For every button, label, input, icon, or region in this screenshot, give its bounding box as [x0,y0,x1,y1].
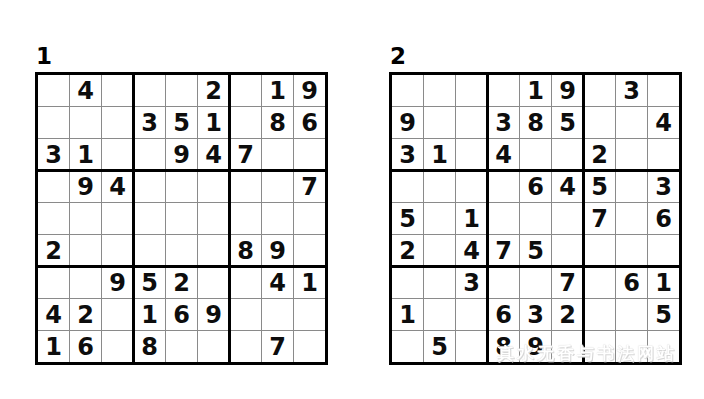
sudoku-cell: 9 [552,75,583,106]
sudoku-cell[interactable] [648,331,679,362]
sudoku-cell: 1 [456,203,487,234]
sudoku-cell: 5 [424,331,455,362]
sudoku-cell[interactable] [166,331,197,362]
sudoku-cell[interactable] [616,107,647,138]
sudoku-cell[interactable] [552,139,583,170]
sudoku-cell: 3 [134,107,165,138]
sudoku-cell: 9 [294,75,325,106]
sudoku-cell[interactable] [294,299,325,330]
sudoku-cell: 3 [38,139,69,170]
sudoku-cell: 7 [552,267,583,298]
sudoku-cell[interactable] [616,331,647,362]
sudoku-cell[interactable] [424,171,455,202]
sudoku-cell: 2 [392,235,423,266]
sudoku-cell: 2 [584,139,615,170]
sudoku-cell[interactable] [616,235,647,266]
sudoku-cell: 6 [520,171,551,202]
sudoku-cell[interactable] [488,171,519,202]
sudoku-cell[interactable] [488,75,519,106]
sudoku-cell[interactable] [616,139,647,170]
sudoku-cell[interactable] [648,139,679,170]
sudoku-cell[interactable] [198,203,229,234]
sudoku-cell[interactable] [584,107,615,138]
sudoku-cell[interactable] [198,267,229,298]
sudoku-cell: 4 [648,107,679,138]
sudoku-cell: 9 [198,299,229,330]
sudoku-grid-2-wrap: 193938543142645351762475376116325589 [389,72,682,365]
sudoku-cell: 3 [456,267,487,298]
sudoku-cell[interactable] [38,203,69,234]
sudoku-cell: 1 [392,299,423,330]
sudoku-cell[interactable] [520,139,551,170]
sudoku-cell[interactable] [70,203,101,234]
sudoku-cell[interactable] [456,139,487,170]
puzzle-number: 2 [390,45,682,68]
sudoku-cell[interactable] [198,331,229,362]
sudoku-cell[interactable] [230,267,261,298]
sudoku-cell[interactable] [392,75,423,106]
sudoku-cell[interactable] [38,171,69,202]
sudoku-cell: 9 [166,139,197,170]
sudoku-grid-2: 193938543142645351762475376116325589 [389,72,682,365]
sudoku-cell[interactable] [102,75,133,106]
sudoku-cell: 5 [520,235,551,266]
sudoku-cell: 4 [38,299,69,330]
sudoku-cell[interactable] [392,267,423,298]
sudoku-cell[interactable] [456,331,487,362]
sudoku-cell: 6 [166,299,197,330]
sudoku-cell[interactable] [294,235,325,266]
sudoku-cell[interactable] [166,203,197,234]
sudoku-cell[interactable] [102,299,133,330]
sudoku-cell[interactable] [456,171,487,202]
sudoku-cell: 5 [584,171,615,202]
sudoku-cell[interactable] [198,171,229,202]
sudoku-cell[interactable] [38,107,69,138]
sudoku-cell[interactable] [134,235,165,266]
sudoku-cell[interactable] [134,75,165,106]
sudoku-cell: 6 [294,107,325,138]
sudoku-cell: 4 [552,171,583,202]
sudoku-cell: 6 [70,331,101,362]
sudoku-cell[interactable] [134,139,165,170]
sudoku-cell: 1 [38,331,69,362]
sudoku-cell[interactable] [616,203,647,234]
sudoku-cell[interactable] [456,75,487,106]
sudoku-cell[interactable] [70,267,101,298]
sudoku-cell: 2 [166,267,197,298]
puzzle-2: 2 193938543142645351762475376116325589 [389,45,682,365]
sudoku-cell: 4 [262,267,293,298]
sudoku-cell[interactable] [230,299,261,330]
sudoku-cell[interactable] [552,235,583,266]
sudoku-cell[interactable] [70,235,101,266]
sudoku-cell: 2 [70,299,101,330]
sudoku-cell[interactable] [456,299,487,330]
sudoku-cell[interactable] [230,107,261,138]
sudoku-cell: 3 [392,139,423,170]
sudoku-cell: 1 [424,139,455,170]
sudoku-cell: 4 [488,139,519,170]
sudoku-cell[interactable] [616,299,647,330]
sudoku-cell: 1 [134,299,165,330]
sudoku-cell[interactable] [552,331,583,362]
sudoku-cell[interactable] [392,331,423,362]
sudoku-cell: 3 [488,107,519,138]
sudoku-cell: 7 [230,139,261,170]
sudoku-cell: 1 [262,75,293,106]
sudoku-cell: 9 [392,107,423,138]
sudoku-cell[interactable] [488,267,519,298]
sudoku-cell: 7 [294,171,325,202]
sudoku-cell: 7 [262,331,293,362]
sudoku-grid-1-wrap: 4219351863194794728995241421691687 [35,72,328,365]
sudoku-cell[interactable] [294,203,325,234]
sudoku-cell[interactable] [584,235,615,266]
sudoku-cell: 4 [70,75,101,106]
sudoku-cell: 6 [616,267,647,298]
sudoku-cell: 1 [198,107,229,138]
sudoku-cell: 2 [552,299,583,330]
sudoku-cell: 8 [230,235,261,266]
sudoku-cell[interactable] [552,203,583,234]
sudoku-cell[interactable] [102,235,133,266]
sudoku-cell[interactable] [584,267,615,298]
sudoku-cell[interactable] [166,235,197,266]
sudoku-cell: 9 [262,235,293,266]
sudoku-cell[interactable] [134,171,165,202]
sudoku-cell[interactable] [38,267,69,298]
sudoku-cell: 4 [456,235,487,266]
sudoku-cell: 6 [488,299,519,330]
sudoku-cell[interactable] [488,203,519,234]
sudoku-cell[interactable] [584,299,615,330]
puzzle-number: 1 [36,45,328,68]
sudoku-cell: 7 [488,235,519,266]
sudoku-cell: 8 [134,331,165,362]
sudoku-cell[interactable] [134,203,165,234]
sudoku-cell: 7 [584,203,615,234]
sudoku-cell[interactable] [424,203,455,234]
sudoku-cell[interactable] [230,171,261,202]
sudoku-cell[interactable] [584,75,615,106]
sudoku-cell: 9 [102,267,133,298]
sudoku-cell: 5 [392,203,423,234]
sudoku-cell: 1 [520,75,551,106]
sudoku-cell[interactable] [166,171,197,202]
sudoku-cell[interactable] [294,331,325,362]
sudoku-cell[interactable] [230,75,261,106]
sudoku-cell[interactable] [456,107,487,138]
sudoku-cell[interactable] [424,299,455,330]
sudoku-cell[interactable] [584,331,615,362]
sudoku-cell[interactable] [102,203,133,234]
sudoku-cell[interactable] [230,203,261,234]
sudoku-cell[interactable] [102,139,133,170]
sudoku-cell[interactable] [166,75,197,106]
sudoku-cell[interactable] [102,107,133,138]
sudoku-cell: 3 [648,171,679,202]
sudoku-cell: 6 [648,203,679,234]
sudoku-cell[interactable] [262,139,293,170]
puzzle-1: 1 4219351863194794728995241421691687 [35,45,328,365]
sudoku-cell: 9 [70,171,101,202]
sudoku-cell: 1 [648,267,679,298]
sudoku-cell: 2 [198,75,229,106]
sudoku-cell[interactable] [424,75,455,106]
sudoku-cell[interactable] [38,75,69,106]
sudoku-cell: 4 [102,171,133,202]
sudoku-cell[interactable] [648,75,679,106]
sudoku-cell: 5 [648,299,679,330]
sudoku-cell: 8 [262,107,293,138]
sudoku-cell[interactable] [520,267,551,298]
sudoku-cell[interactable] [262,203,293,234]
sudoku-cell: 1 [70,139,101,170]
sudoku-cell: 5 [166,107,197,138]
sudoku-cell: 3 [520,299,551,330]
sudoku-cell: 2 [38,235,69,266]
sudoku-cell[interactable] [424,267,455,298]
sudoku-cell[interactable] [424,107,455,138]
sudoku-cell[interactable] [520,203,551,234]
sudoku-cell[interactable] [294,139,325,170]
sudoku-cell: 9 [520,331,551,362]
sudoku-cell[interactable] [262,171,293,202]
sudoku-cell: 4 [198,139,229,170]
sudoku-cell[interactable] [648,235,679,266]
sudoku-cell: 5 [134,267,165,298]
sudoku-cell[interactable] [102,331,133,362]
sudoku-cell: 1 [294,267,325,298]
sudoku-grid-1: 4219351863194794728995241421691687 [35,72,328,365]
sudoku-cell[interactable] [230,331,261,362]
sudoku-cell[interactable] [392,171,423,202]
sudoku-cell[interactable] [70,107,101,138]
sudoku-cell[interactable] [198,235,229,266]
sudoku-cell: 8 [520,107,551,138]
sudoku-cell: 8 [488,331,519,362]
sudoku-cell: 3 [616,75,647,106]
sudoku-cell: 5 [552,107,583,138]
sudoku-cell[interactable] [424,235,455,266]
sudoku-cell[interactable] [262,299,293,330]
sudoku-cell[interactable] [616,171,647,202]
